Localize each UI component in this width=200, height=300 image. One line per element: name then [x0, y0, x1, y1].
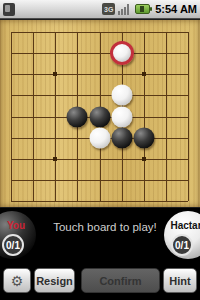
resign-button[interactable]: Resign	[34, 268, 75, 293]
board-grid	[11, 32, 188, 201]
white-stone	[89, 127, 110, 148]
go-board[interactable]	[0, 19, 200, 208]
player-white-name: Hactar	[164, 220, 200, 231]
signal-strength-icon	[118, 3, 132, 15]
player-black-name: You	[0, 220, 36, 231]
black-stone	[67, 106, 88, 127]
settings-button[interactable]: ⚙	[3, 268, 31, 293]
player-black-score-badge: 0/1	[2, 234, 24, 256]
star-point	[142, 157, 146, 161]
status-bar: 3G 5:54 AM	[0, 0, 200, 19]
data-3g-icon: 3G	[102, 3, 115, 15]
notification-icon	[3, 3, 15, 16]
gear-icon: ⚙	[11, 273, 24, 289]
star-point	[53, 72, 57, 76]
white-stone	[111, 85, 132, 106]
star-point	[142, 72, 146, 76]
player-white-score-badge: 0/1	[171, 234, 193, 256]
app-screen: 3G 5:54 AM Touch board to play! You 0/1 …	[0, 0, 200, 300]
confirm-button[interactable]: Confirm	[81, 268, 160, 293]
black-stone	[133, 127, 154, 148]
player-black-indicator: You 0/1	[0, 211, 36, 259]
black-stone	[111, 127, 132, 148]
hint-button[interactable]: Hint	[163, 268, 197, 293]
star-point	[53, 157, 57, 161]
white-stone	[111, 106, 132, 127]
black-stone	[89, 106, 110, 127]
clock-time: 5:54 AM	[155, 3, 197, 15]
white-stone	[110, 41, 134, 65]
player-white-indicator: Hactar 0/1	[164, 211, 200, 259]
status-message: Touch board to play!	[40, 221, 170, 234]
battery-icon	[135, 4, 150, 14]
button-toolbar: ⚙ Resign Confirm Hint	[0, 268, 200, 294]
